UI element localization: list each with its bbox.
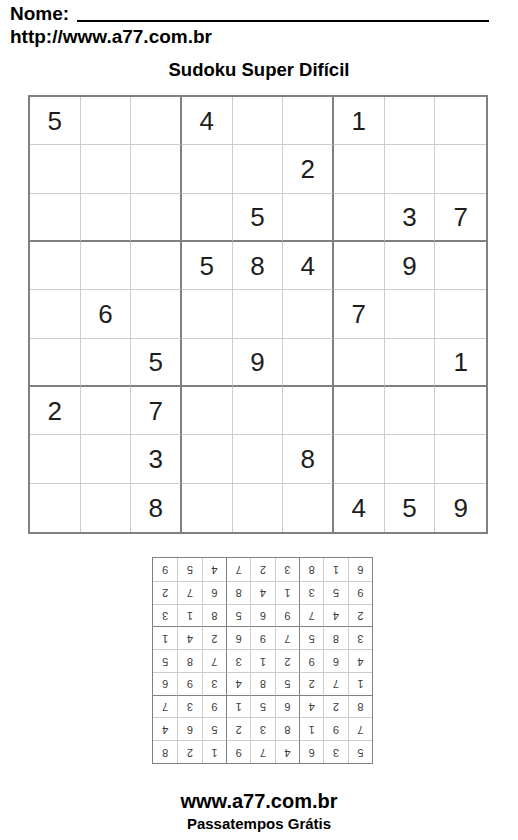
cell-r6c9: 1: [153, 626, 177, 649]
cell-r4c4: 5: [275, 672, 299, 695]
cell-r7c1: 2: [348, 604, 372, 627]
cell-r6c4: 7: [275, 626, 299, 649]
cell-r9c4: [182, 484, 233, 532]
cell-r7c5: 6: [250, 604, 274, 627]
cell-r2c5: 3: [250, 717, 274, 740]
cell-r5c3: [131, 290, 182, 338]
cell-r8c5: [233, 435, 284, 483]
cell-r3c9: 7: [153, 695, 177, 718]
cell-r1c8: [385, 97, 436, 145]
cell-r8c4: 1: [275, 581, 299, 604]
cell-r5c6: 3: [226, 649, 250, 672]
cell-r7c9: [435, 387, 486, 435]
cell-r8c3: 3: [131, 435, 182, 483]
cell-r9c5: 2: [250, 558, 274, 581]
cell-r6c8: 4: [177, 626, 201, 649]
cell-r2c1: 7: [348, 717, 372, 740]
cell-r5c2: 6: [81, 290, 132, 338]
cell-r4c1: [30, 242, 81, 290]
cell-r8c6: 8: [226, 581, 250, 604]
cell-r5c9: [435, 290, 486, 338]
cell-r7c6: [283, 387, 334, 435]
footer-tagline: Passatempos Grátis: [0, 815, 518, 832]
cell-r3c9: 7: [435, 194, 486, 242]
cell-r3c7: 9: [202, 695, 226, 718]
cell-r5c1: [30, 290, 81, 338]
cell-r7c3: 7: [299, 604, 323, 627]
cell-r5c5: 1: [250, 649, 274, 672]
cell-r1c3: [131, 97, 182, 145]
cell-r1c9: [435, 97, 486, 145]
cell-r6c6: 6: [226, 626, 250, 649]
cell-r2c2: 9: [323, 717, 347, 740]
cell-r8c9: [435, 435, 486, 483]
cell-r1c3: 6: [299, 740, 323, 763]
cell-r8c8: [385, 435, 436, 483]
cell-r8c2: [81, 435, 132, 483]
cell-r4c6: 4: [226, 672, 250, 695]
cell-r7c2: [81, 387, 132, 435]
cell-r5c6: [283, 290, 334, 338]
cell-r3c1: [30, 194, 81, 242]
cell-r4c7: [334, 242, 385, 290]
cell-r3c4: 6: [275, 695, 299, 718]
cell-r5c8: 8: [177, 649, 201, 672]
cell-r3c3: 4: [299, 695, 323, 718]
cell-r1c7: 1: [202, 740, 226, 763]
cell-r5c5: [233, 290, 284, 338]
cell-r5c2: 6: [323, 649, 347, 672]
cell-r8c7: 6: [202, 581, 226, 604]
cell-r6c3: 5: [131, 339, 182, 387]
page: Nome: http://www.a77.com.br Sudoku Super…: [0, 0, 518, 840]
cell-r2c6: 2: [226, 717, 250, 740]
cell-r6c9: 1: [435, 339, 486, 387]
cell-r9c5: [233, 484, 284, 532]
cell-r2c1: [30, 145, 81, 193]
cell-r9c3: 8: [131, 484, 182, 532]
cell-r6c6: [283, 339, 334, 387]
cell-r7c7: 8: [202, 604, 226, 627]
cell-r1c1: 5: [348, 740, 372, 763]
name-underline: [77, 20, 489, 22]
cell-r1c9: 8: [153, 740, 177, 763]
cell-r3c5: 5: [233, 194, 284, 242]
cell-r6c7: 2: [202, 626, 226, 649]
cell-r7c2: 4: [323, 604, 347, 627]
cell-r1c4: 4: [275, 740, 299, 763]
cell-r1c2: [81, 97, 132, 145]
cell-r7c1: 2: [30, 387, 81, 435]
cell-r5c9: 5: [153, 649, 177, 672]
cell-r1c6: [283, 97, 334, 145]
cell-r6c4: [182, 339, 233, 387]
cell-r9c7: 4: [202, 558, 226, 581]
cell-r2c7: 5: [202, 717, 226, 740]
cell-r3c8: 3: [385, 194, 436, 242]
cell-r4c2: 7: [323, 672, 347, 695]
cell-r7c8: 1: [177, 604, 201, 627]
cell-r9c1: 6: [348, 558, 372, 581]
cell-r4c5: 8: [250, 672, 274, 695]
cell-r2c5: [233, 145, 284, 193]
cell-r9c6: [283, 484, 334, 532]
cell-r4c3: 2: [299, 672, 323, 695]
cell-r5c8: [385, 290, 436, 338]
cell-r3c3: [131, 194, 182, 242]
cell-r8c1: [30, 435, 81, 483]
cell-r4c1: 1: [348, 672, 372, 695]
cell-r1c5: 7: [250, 740, 274, 763]
cell-r6c1: 3: [348, 626, 372, 649]
cell-r8c8: 7: [177, 581, 201, 604]
cell-r1c7: 1: [334, 97, 385, 145]
cell-r5c4: 2: [275, 649, 299, 672]
cell-r5c7: 7: [334, 290, 385, 338]
cell-r3c2: 2: [323, 695, 347, 718]
cell-r7c8: [385, 387, 436, 435]
cell-r8c3: 3: [299, 581, 323, 604]
cell-r9c8: 5: [177, 558, 201, 581]
cell-r8c1: 9: [348, 581, 372, 604]
cell-r2c8: 6: [177, 717, 201, 740]
cell-r2c3: 1: [299, 717, 323, 740]
cell-r3c6: 1: [226, 695, 250, 718]
cell-r7c9: 3: [153, 604, 177, 627]
cell-r1c5: [233, 97, 284, 145]
cell-r6c3: 5: [299, 626, 323, 649]
cell-r6c1: [30, 339, 81, 387]
cell-r2c9: 4: [153, 717, 177, 740]
page-title: Sudoku Super Difícil: [0, 59, 518, 81]
cell-r3c5: 5: [250, 695, 274, 718]
cell-r2c4: [182, 145, 233, 193]
cell-r3c6: [283, 194, 334, 242]
cell-r4c9: 6: [153, 672, 177, 695]
cell-r9c3: 8: [299, 558, 323, 581]
cell-r4c6: 4: [283, 242, 334, 290]
cell-r7c4: [182, 387, 233, 435]
cell-r4c8: 9: [177, 672, 201, 695]
cell-r1c4: 4: [182, 97, 233, 145]
cell-r7c3: 7: [131, 387, 182, 435]
cell-r2c3: [131, 145, 182, 193]
cell-r8c7: [334, 435, 385, 483]
cell-r2c6: 2: [283, 145, 334, 193]
cell-r6c8: [385, 339, 436, 387]
solution-grid: 5364791287918325648246519371725843964692…: [152, 557, 373, 764]
cell-r1c8: 2: [177, 740, 201, 763]
cell-r1c1: 5: [30, 97, 81, 145]
cell-r1c2: 3: [323, 740, 347, 763]
cell-r9c6: 7: [226, 558, 250, 581]
cell-r5c7: 7: [202, 649, 226, 672]
cell-r3c1: 8: [348, 695, 372, 718]
cell-r4c4: 5: [182, 242, 233, 290]
cell-r6c2: [81, 339, 132, 387]
site-url: http://www.a77.com.br: [10, 26, 212, 48]
cell-r9c9: 9: [153, 558, 177, 581]
cell-r7c4: 9: [275, 604, 299, 627]
cell-r8c4: [182, 435, 233, 483]
cell-r4c8: 9: [385, 242, 436, 290]
cell-r6c2: 8: [323, 626, 347, 649]
cell-r3c7: [334, 194, 385, 242]
cell-r9c7: 4: [334, 484, 385, 532]
name-label: Nome:: [10, 3, 69, 25]
cell-r2c7: [334, 145, 385, 193]
cell-r5c1: 4: [348, 649, 372, 672]
sudoku-grid: 541253758496759127388459: [28, 95, 488, 534]
cell-r5c3: 9: [299, 649, 323, 672]
cell-r2c9: [435, 145, 486, 193]
cell-r8c5: 4: [250, 581, 274, 604]
cell-r8c6: 8: [283, 435, 334, 483]
cell-r4c3: [131, 242, 182, 290]
cell-r9c4: 3: [275, 558, 299, 581]
cell-r6c5: 9: [233, 339, 284, 387]
cell-r5c4: [182, 290, 233, 338]
cell-r3c4: [182, 194, 233, 242]
cell-r9c8: 5: [385, 484, 436, 532]
cell-r2c8: [385, 145, 436, 193]
cell-r7c5: [233, 387, 284, 435]
cell-r9c9: 9: [435, 484, 486, 532]
cell-r4c7: 3: [202, 672, 226, 695]
cell-r9c2: [81, 484, 132, 532]
cell-r1c6: 9: [226, 740, 250, 763]
footer-site: www.a77.com.br: [0, 790, 518, 813]
cell-r2c2: [81, 145, 132, 193]
cell-r9c1: [30, 484, 81, 532]
cell-r9c2: 1: [323, 558, 347, 581]
cell-r4c9: [435, 242, 486, 290]
cell-r4c5: 8: [233, 242, 284, 290]
cell-r3c2: [81, 194, 132, 242]
cell-r7c7: [334, 387, 385, 435]
cell-r3c8: 3: [177, 695, 201, 718]
cell-r6c5: 9: [250, 626, 274, 649]
cell-r2c4: 8: [275, 717, 299, 740]
cell-r7c6: 5: [226, 604, 250, 627]
cell-r8c2: 5: [323, 581, 347, 604]
cell-r8c9: 2: [153, 581, 177, 604]
cell-r6c7: [334, 339, 385, 387]
cell-r4c2: [81, 242, 132, 290]
